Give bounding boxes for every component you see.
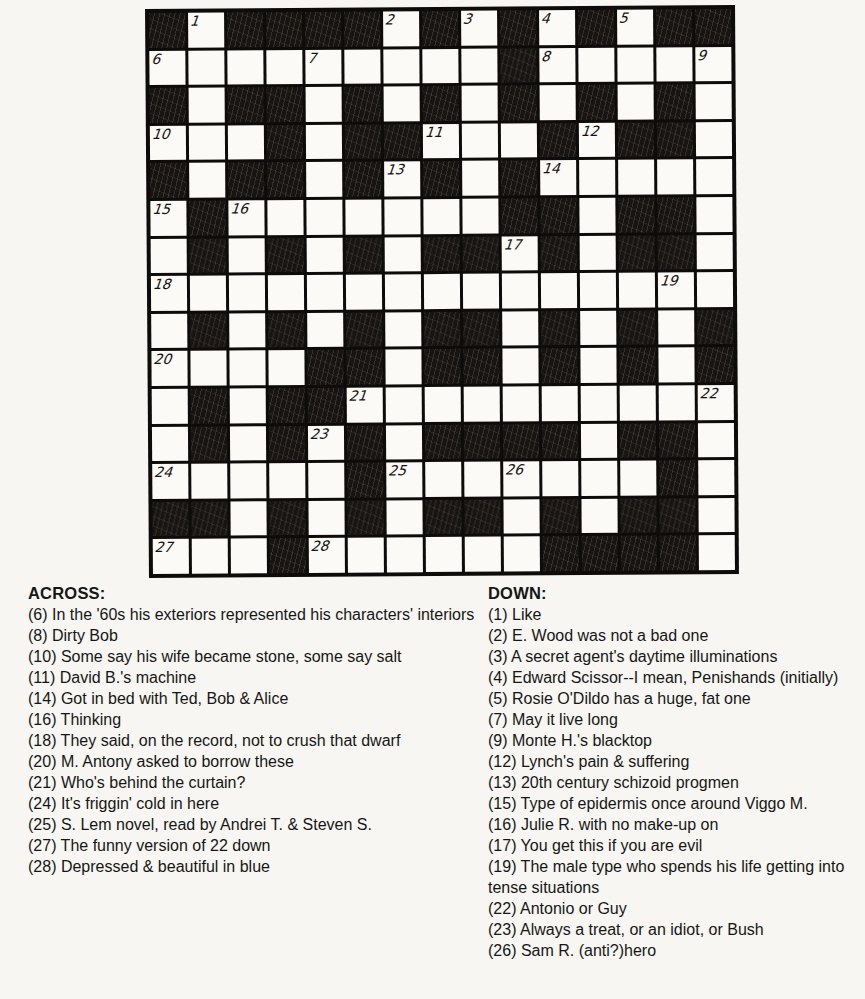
grid-cell[interactable] [620, 385, 656, 420]
grid-cell[interactable] [386, 500, 422, 535]
black-cell [463, 236, 499, 271]
black-cell [501, 161, 537, 196]
across-clue: (25) S. Lem novel, read by Andrei T. & S… [28, 814, 478, 835]
grid-cell[interactable] [229, 313, 265, 348]
grid-cell[interactable]: 23 [308, 425, 344, 460]
grid-cell[interactable]: 12 [579, 123, 615, 158]
black-cell [464, 424, 500, 459]
grid-cell[interactable] [699, 535, 735, 570]
grid-cell[interactable] [306, 162, 342, 197]
grid-cell[interactable] [384, 86, 420, 121]
cell-number: 6 [151, 51, 161, 67]
grid-cell[interactable] [229, 275, 265, 310]
grid-cell[interactable]: 9 [695, 47, 731, 82]
grid-cell[interactable] [306, 87, 342, 122]
down-clue: (9) Monte H.'s blacktop [488, 730, 854, 751]
grid-cell[interactable] [152, 389, 188, 424]
grid-cell[interactable] [384, 199, 420, 234]
grid-cell[interactable] [266, 50, 302, 85]
grid-cell[interactable] [578, 47, 614, 82]
black-cell [384, 124, 420, 159]
grid-cell[interactable] [542, 461, 578, 496]
across-clue: (11) David B.'s machine [28, 667, 478, 688]
black-cell [660, 536, 696, 571]
grid-cell[interactable] [462, 161, 498, 196]
grid-cell[interactable] [227, 50, 263, 85]
grid-cell[interactable] [346, 275, 382, 310]
cell-number: 10 [151, 126, 170, 142]
grid-cell[interactable]: 6 [149, 50, 185, 85]
black-cell [346, 350, 382, 385]
black-cell [621, 536, 657, 571]
black-cell [659, 460, 695, 495]
cell-number: 3 [462, 11, 472, 27]
grid-cell[interactable] [581, 423, 617, 458]
cell-number: 7 [307, 49, 317, 65]
grid-cell[interactable]: 16 [228, 200, 264, 235]
across-clue: (14) Got in bed with Ted, Bob & Alice [28, 688, 478, 709]
grid-cell[interactable] [387, 537, 423, 572]
cell-number: 22 [699, 385, 718, 401]
grid-cell[interactable] [425, 462, 461, 497]
grid-cell[interactable] [504, 537, 540, 572]
black-cell [190, 313, 226, 348]
grid-cell[interactable] [423, 199, 459, 234]
grid-cell[interactable] [696, 197, 732, 232]
grid-cell[interactable] [426, 537, 462, 572]
grid-cell[interactable] [230, 463, 266, 498]
cell-number: 8 [541, 48, 551, 64]
grid-cell[interactable]: 22 [698, 385, 734, 420]
grid-cell[interactable] [424, 274, 460, 309]
grid-cell[interactable] [503, 386, 539, 421]
grid-cell[interactable] [618, 160, 654, 195]
grid-cell[interactable] [698, 498, 734, 533]
down-clue: (13) 20th century schizoid progmen [488, 772, 854, 793]
black-cell [270, 538, 306, 573]
down-header: DOWN: [488, 584, 854, 603]
grid-cell[interactable] [580, 235, 616, 270]
grid-cell[interactable] [462, 86, 498, 121]
black-cell [540, 123, 576, 158]
grid-cell[interactable]: 1 [188, 13, 224, 48]
grid-cell[interactable] [231, 539, 267, 574]
cell-number: 25 [387, 462, 406, 478]
grid-cell[interactable] [385, 274, 421, 309]
grid-cell[interactable] [658, 310, 694, 345]
grid-cell[interactable]: 13 [384, 162, 420, 197]
grid-cell[interactable] [541, 273, 577, 308]
grid-cell[interactable] [345, 199, 381, 234]
black-cell [228, 87, 264, 122]
black-cell [269, 388, 305, 423]
black-cell [657, 197, 693, 232]
down-clue: (3) A secret agent's daytime illuminatio… [488, 646, 854, 667]
grid-cell[interactable] [229, 351, 265, 386]
black-cell [424, 236, 460, 271]
grid-cell[interactable] [502, 311, 538, 346]
grid-cell[interactable] [348, 538, 384, 573]
grid-cell[interactable]: 24 [152, 464, 188, 499]
black-cell [346, 237, 382, 272]
cell-number: 21 [348, 387, 367, 403]
across-clues-section: ACROSS: (6) In the '60s his exteriors re… [28, 584, 478, 877]
black-cell [618, 122, 654, 157]
cell-number: 5 [618, 10, 628, 26]
grid-cell[interactable] [268, 350, 304, 385]
black-cell [578, 10, 614, 45]
black-cell [268, 238, 304, 273]
grid-cell[interactable] [657, 160, 693, 195]
grid-cell[interactable] [464, 387, 500, 422]
grid-cell[interactable] [190, 276, 226, 311]
grid-cell[interactable]: 8 [539, 48, 575, 83]
black-cell [503, 424, 539, 459]
black-cell [424, 349, 460, 384]
grid-cell[interactable] [658, 348, 694, 383]
black-cell [657, 122, 693, 157]
black-cell [191, 426, 227, 461]
grid-cell[interactable] [581, 461, 617, 496]
grid-cell[interactable] [580, 273, 616, 308]
across-clue: (18) They said, on the record, not to cr… [28, 730, 478, 751]
down-clue: (26) Sam R. (anti?)hero [488, 940, 854, 961]
grid-cell[interactable] [502, 273, 538, 308]
black-cell [464, 499, 500, 534]
grid-cell[interactable] [659, 385, 695, 420]
cell-number: 20 [153, 351, 172, 367]
black-cell [345, 124, 381, 159]
grid-cell[interactable] [230, 501, 266, 536]
black-cell [347, 425, 383, 460]
down-clue: (1) Like [488, 604, 854, 625]
grid-cell[interactable] [579, 198, 615, 233]
black-cell [500, 48, 536, 83]
across-clue: (6) In the '60s his exteriors represente… [28, 604, 478, 625]
grid-cell[interactable] [386, 387, 422, 422]
cell-number: 17 [503, 236, 522, 252]
black-cell [425, 424, 461, 459]
down-clue: (22) Antonio or Guy [488, 898, 854, 919]
grid-cell[interactable] [697, 272, 733, 307]
grid-cell[interactable] [579, 160, 615, 195]
black-cell [423, 161, 459, 196]
grid-cell[interactable] [383, 49, 419, 84]
black-cell [541, 236, 577, 271]
across-clue-list: (6) In the '60s his exteriors represente… [28, 604, 478, 877]
grid-cell[interactable] [461, 48, 497, 83]
down-clue: (15) Type of epidermis once around Viggo… [488, 793, 854, 814]
black-cell [620, 423, 656, 458]
black-cell [268, 313, 304, 348]
grid-cell[interactable]: 3 [461, 11, 497, 46]
down-clue: (16) Julie R. with no make-up on [488, 814, 854, 835]
grid-cell[interactable] [464, 462, 500, 497]
across-clue: (28) Depressed & beautiful in blue [28, 856, 478, 877]
grid-cell[interactable] [192, 539, 228, 574]
black-cell [191, 388, 227, 423]
black-cell [659, 423, 695, 458]
grid-cell[interactable] [385, 349, 421, 384]
down-clue: (5) Rosie O'Dildo has a huge, fat one [488, 688, 854, 709]
black-cell [501, 198, 537, 233]
black-cell [424, 312, 460, 347]
down-clue: (19) The male type who spends his life g… [488, 856, 854, 898]
down-clues-section: DOWN: (1) Like(2) E. Wood was not a bad … [488, 584, 854, 961]
grid-cell[interactable]: 5 [617, 10, 653, 45]
grid-cell[interactable] [618, 85, 654, 120]
cell-number: 9 [697, 47, 707, 63]
grid-cell[interactable] [344, 49, 380, 84]
grid-cell[interactable] [503, 499, 539, 534]
black-cell [657, 84, 693, 119]
across-clue: (10) Some say his wife became stone, som… [28, 646, 478, 667]
black-cell [347, 500, 383, 535]
cell-number: 14 [541, 161, 560, 177]
grid-cell[interactable] [617, 47, 653, 82]
black-cell [463, 349, 499, 384]
grid-cell[interactable] [462, 199, 498, 234]
grid-cell[interactable] [697, 235, 733, 270]
black-cell [267, 162, 303, 197]
across-clue: (27) The funny version of 22 down [28, 835, 478, 856]
black-cell [150, 88, 186, 123]
cell-number: 2 [384, 11, 394, 27]
black-cell [425, 500, 461, 535]
black-cell [227, 12, 263, 47]
across-header: ACROSS: [28, 584, 478, 603]
black-cell [269, 501, 305, 536]
cell-number: 12 [580, 123, 599, 139]
grid-cell[interactable]: 26 [503, 461, 539, 496]
black-cell [308, 388, 344, 423]
across-clue: (8) Dirty Bob [28, 625, 478, 646]
grid-cell[interactable]: 2 [383, 11, 419, 46]
grid-cell[interactable] [696, 84, 732, 119]
grid-cell[interactable] [308, 500, 344, 535]
grid-cell[interactable]: 27 [153, 539, 189, 574]
black-cell [152, 501, 188, 536]
grid-cell[interactable] [385, 312, 421, 347]
black-cell [190, 238, 226, 273]
grid-cell[interactable] [385, 237, 421, 272]
down-clue-list: (1) Like(2) E. Wood was not a bad one(3)… [488, 604, 854, 961]
across-clue: (20) M. Antony asked to borrow these [28, 751, 478, 772]
grid-cell[interactable] [191, 464, 227, 499]
grid-cell[interactable]: 28 [309, 538, 345, 573]
grid-cell[interactable]: 15 [150, 201, 186, 236]
cell-number: 1 [189, 13, 199, 29]
grid-cell[interactable] [463, 274, 499, 309]
grid-cell[interactable]: 4 [539, 10, 575, 45]
grid-cell[interactable] [188, 50, 224, 85]
grid-cell[interactable] [581, 386, 617, 421]
grid-cell[interactable] [619, 273, 655, 308]
grid-cell[interactable] [229, 238, 265, 273]
grid-cell[interactable] [190, 351, 226, 386]
cell-number: 11 [424, 124, 443, 140]
grid-cell[interactable] [189, 88, 225, 123]
black-cell [658, 235, 694, 270]
black-cell [697, 347, 733, 382]
black-cell [619, 348, 655, 383]
black-cell [620, 498, 656, 533]
black-cell [541, 348, 577, 383]
black-cell [542, 499, 578, 534]
black-cell [267, 87, 303, 122]
grid-cell[interactable]: 17 [502, 236, 538, 271]
grid-cell[interactable] [151, 314, 187, 349]
cell-number: 16 [230, 200, 249, 216]
black-cell [619, 310, 655, 345]
cell-number: 4 [540, 10, 550, 26]
cell-number: 26 [504, 462, 523, 478]
down-clue: (12) Lynch's pain & suffering [488, 751, 854, 772]
black-cell [618, 197, 654, 232]
grid-cell[interactable] [698, 422, 734, 457]
black-cell [191, 501, 227, 536]
grid-cell[interactable]: 21 [347, 387, 383, 422]
grid-cell[interactable] [230, 388, 266, 423]
grid-cell[interactable] [540, 85, 576, 120]
cell-number: 23 [309, 425, 328, 441]
cell-number: 18 [152, 276, 171, 292]
down-clue: (4) Edward Scissor--I mean, Penishands (… [488, 667, 854, 688]
black-cell [266, 12, 302, 47]
black-cell [697, 310, 733, 345]
crossword-grid: 1234567891011121314151617181920212223242… [146, 6, 738, 577]
grid-cell[interactable] [307, 312, 343, 347]
black-cell [346, 312, 382, 347]
black-cell [228, 163, 264, 198]
cell-number: 24 [153, 464, 172, 480]
black-cell [267, 125, 303, 160]
grid-cell[interactable] [502, 349, 538, 384]
grid-cell[interactable] [152, 426, 188, 461]
cell-number: 28 [310, 538, 329, 554]
black-cell [463, 311, 499, 346]
grid-cell[interactable] [151, 238, 187, 273]
grid-cell[interactable] [696, 122, 732, 157]
grid-cell[interactable] [580, 311, 616, 346]
black-cell [423, 86, 459, 121]
black-cell [659, 498, 695, 533]
down-clue: (2) E. Wood was not a bad one [488, 625, 854, 646]
grid-cell[interactable] [268, 275, 304, 310]
down-clue: (17) You get this if you are evil [488, 835, 854, 856]
grid-cell[interactable] [696, 159, 732, 194]
grid-cell[interactable] [189, 163, 225, 198]
down-clue: (23) Always a treat, or an idiot, or Bus… [488, 919, 854, 940]
grid-cell[interactable]: 10 [150, 126, 186, 161]
cell-number: 13 [385, 162, 404, 178]
black-cell [344, 11, 380, 46]
black-cell [656, 9, 692, 44]
black-cell [579, 85, 615, 120]
black-cell [619, 235, 655, 270]
grid-cell[interactable] [581, 498, 617, 533]
grid-cell[interactable]: 14 [540, 160, 576, 195]
black-cell [150, 163, 186, 198]
cell-number: 15 [152, 201, 171, 217]
grid-cell[interactable] [542, 386, 578, 421]
black-cell [500, 10, 536, 45]
grid-cell[interactable] [306, 124, 342, 159]
grid-cell[interactable] [306, 200, 342, 235]
grid-cell[interactable] [307, 275, 343, 310]
grid-cell[interactable] [465, 537, 501, 572]
black-cell [543, 536, 579, 571]
grid-cell[interactable] [656, 47, 692, 82]
across-clue: (24) It's friggin' cold in here [28, 793, 478, 814]
grid-cell[interactable] [269, 463, 305, 498]
grid-cell[interactable] [230, 426, 266, 461]
black-cell [269, 425, 305, 460]
black-cell [345, 87, 381, 122]
across-clue: (16) Thinking [28, 709, 478, 730]
grid-cell[interactable] [620, 461, 656, 496]
grid-cell[interactable] [228, 125, 264, 160]
black-cell [347, 463, 383, 498]
black-cell [501, 86, 537, 121]
grid-cell[interactable]: 7 [305, 49, 341, 84]
black-cell [345, 162, 381, 197]
black-cell [189, 200, 225, 235]
grid-cell[interactable] [462, 123, 498, 158]
black-cell [149, 13, 185, 48]
grid-cell[interactable] [501, 123, 537, 158]
cell-number: 19 [659, 273, 678, 289]
grid-cell[interactable] [267, 200, 303, 235]
grid-cell[interactable] [307, 237, 343, 272]
black-cell [542, 424, 578, 459]
down-clue: (7) May it live long [488, 709, 854, 730]
grid-cell[interactable]: 18 [151, 276, 187, 311]
black-cell [540, 198, 576, 233]
grid-cell[interactable] [308, 463, 344, 498]
black-cell [307, 350, 343, 385]
grid-cell[interactable] [386, 425, 422, 460]
grid-cell[interactable] [698, 460, 734, 495]
grid-cell[interactable] [189, 125, 225, 160]
grid-cell[interactable] [425, 387, 461, 422]
grid-cell[interactable]: 20 [151, 351, 187, 386]
black-cell [582, 536, 618, 571]
black-cell [422, 11, 458, 46]
grid-cell[interactable] [580, 348, 616, 383]
black-cell [305, 12, 341, 47]
grid-cell[interactable] [422, 48, 458, 83]
grid-cell[interactable]: 11 [423, 124, 459, 159]
grid-cell[interactable]: 25 [386, 462, 422, 497]
across-clue: (21) Who's behind the curtain? [28, 772, 478, 793]
black-cell [695, 9, 731, 44]
black-cell [541, 311, 577, 346]
cell-number: 27 [154, 539, 173, 555]
grid-cell[interactable]: 19 [658, 272, 694, 307]
